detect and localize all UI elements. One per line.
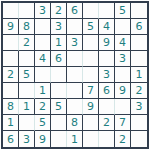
sudoku-cell-given: 6 — [67, 3, 83, 19]
sudoku-cell-given: 1 — [131, 67, 147, 83]
sudoku-cell-given: 9 — [99, 35, 115, 51]
sudoku-cell-empty[interactable] — [67, 51, 83, 67]
sudoku-cell-given: 6 — [3, 131, 19, 147]
sudoku-cell-given: 3 — [115, 51, 131, 67]
sudoku-cell-given: 2 — [99, 115, 115, 131]
sudoku-cell-given: 1 — [19, 99, 35, 115]
sudoku-cell-empty[interactable] — [3, 83, 19, 99]
sudoku-cell-given: 2 — [19, 35, 35, 51]
sudoku-cell-empty[interactable] — [67, 99, 83, 115]
sudoku-cell-given: 3 — [67, 35, 83, 51]
sudoku-cell-given: 9 — [115, 83, 131, 99]
sudoku-cell-empty[interactable] — [3, 3, 19, 19]
sudoku-board: 3265983546213944632531176928125931582763… — [1, 1, 149, 149]
sudoku-cell-empty[interactable] — [131, 115, 147, 131]
sudoku-cell-given: 9 — [3, 19, 19, 35]
sudoku-cell-given: 8 — [19, 19, 35, 35]
sudoku-cell-given: 1 — [3, 115, 19, 131]
sudoku-cell-empty[interactable] — [19, 3, 35, 19]
sudoku-cell-given: 2 — [51, 3, 67, 19]
sudoku-cell-given: 4 — [35, 51, 51, 67]
sudoku-cell-given: 6 — [131, 19, 147, 35]
sudoku-cell-given: 5 — [83, 19, 99, 35]
sudoku-cell-empty[interactable] — [99, 131, 115, 147]
sudoku-cell-empty[interactable] — [3, 51, 19, 67]
sudoku-cell-given: 3 — [51, 19, 67, 35]
sudoku-cell-empty[interactable] — [115, 19, 131, 35]
sudoku-cell-empty[interactable] — [67, 83, 83, 99]
sudoku-cell-given: 7 — [83, 83, 99, 99]
sudoku-cell-empty[interactable] — [51, 67, 67, 83]
sudoku-cell-empty[interactable] — [99, 99, 115, 115]
sudoku-cell-empty[interactable] — [99, 51, 115, 67]
sudoku-cell-empty[interactable] — [19, 51, 35, 67]
sudoku-cell-given: 4 — [99, 19, 115, 35]
sudoku-cell-given: 8 — [67, 115, 83, 131]
sudoku-cell-empty[interactable] — [99, 3, 115, 19]
sudoku-cell-given: 1 — [51, 35, 67, 51]
sudoku-cell-empty[interactable] — [83, 131, 99, 147]
sudoku-cell-empty[interactable] — [35, 35, 51, 51]
sudoku-cell-empty[interactable] — [131, 3, 147, 19]
sudoku-cell-empty[interactable] — [131, 35, 147, 51]
sudoku-cell-given: 2 — [35, 99, 51, 115]
sudoku-cell-given: 3 — [99, 67, 115, 83]
sudoku-cell-given: 3 — [35, 3, 51, 19]
sudoku-cell-given: 5 — [51, 99, 67, 115]
sudoku-cell-empty[interactable] — [67, 67, 83, 83]
sudoku-cell-empty[interactable] — [51, 83, 67, 99]
sudoku-cell-empty[interactable] — [67, 19, 83, 35]
sudoku-cell-empty[interactable] — [131, 51, 147, 67]
sudoku-cell-given: 5 — [115, 3, 131, 19]
sudoku-cell-given: 3 — [19, 131, 35, 147]
sudoku-cell-empty[interactable] — [115, 99, 131, 115]
sudoku-cell-given: 5 — [35, 115, 51, 131]
sudoku-cell-empty[interactable] — [19, 83, 35, 99]
sudoku-cell-empty[interactable] — [83, 51, 99, 67]
sudoku-cell-empty[interactable] — [115, 67, 131, 83]
sudoku-cell-empty[interactable] — [83, 35, 99, 51]
sudoku-cell-empty[interactable] — [83, 115, 99, 131]
sudoku-cell-given: 7 — [115, 115, 131, 131]
sudoku-cell-given: 2 — [131, 83, 147, 99]
sudoku-cell-empty[interactable] — [51, 115, 67, 131]
sudoku-cell-given: 3 — [131, 99, 147, 115]
sudoku-cell-given: 6 — [51, 51, 67, 67]
sudoku-cell-given: 6 — [99, 83, 115, 99]
sudoku-puzzle: 3265983546213944632531176928125931582763… — [0, 0, 150, 150]
sudoku-cell-empty[interactable] — [131, 131, 147, 147]
sudoku-cell-given: 2 — [115, 131, 131, 147]
sudoku-cell-given: 1 — [67, 131, 83, 147]
sudoku-cell-given: 4 — [115, 35, 131, 51]
sudoku-cell-empty[interactable] — [51, 131, 67, 147]
sudoku-cell-given: 9 — [83, 99, 99, 115]
sudoku-cell-empty[interactable] — [3, 35, 19, 51]
sudoku-cell-given: 1 — [35, 83, 51, 99]
sudoku-cell-given: 9 — [35, 131, 51, 147]
sudoku-cell-empty[interactable] — [35, 19, 51, 35]
sudoku-cell-empty[interactable] — [83, 3, 99, 19]
sudoku-cell-given: 2 — [3, 67, 19, 83]
sudoku-cell-given: 8 — [3, 99, 19, 115]
sudoku-cell-given: 5 — [19, 67, 35, 83]
sudoku-cell-empty[interactable] — [35, 67, 51, 83]
sudoku-cell-empty[interactable] — [19, 115, 35, 131]
sudoku-cell-empty[interactable] — [83, 67, 99, 83]
